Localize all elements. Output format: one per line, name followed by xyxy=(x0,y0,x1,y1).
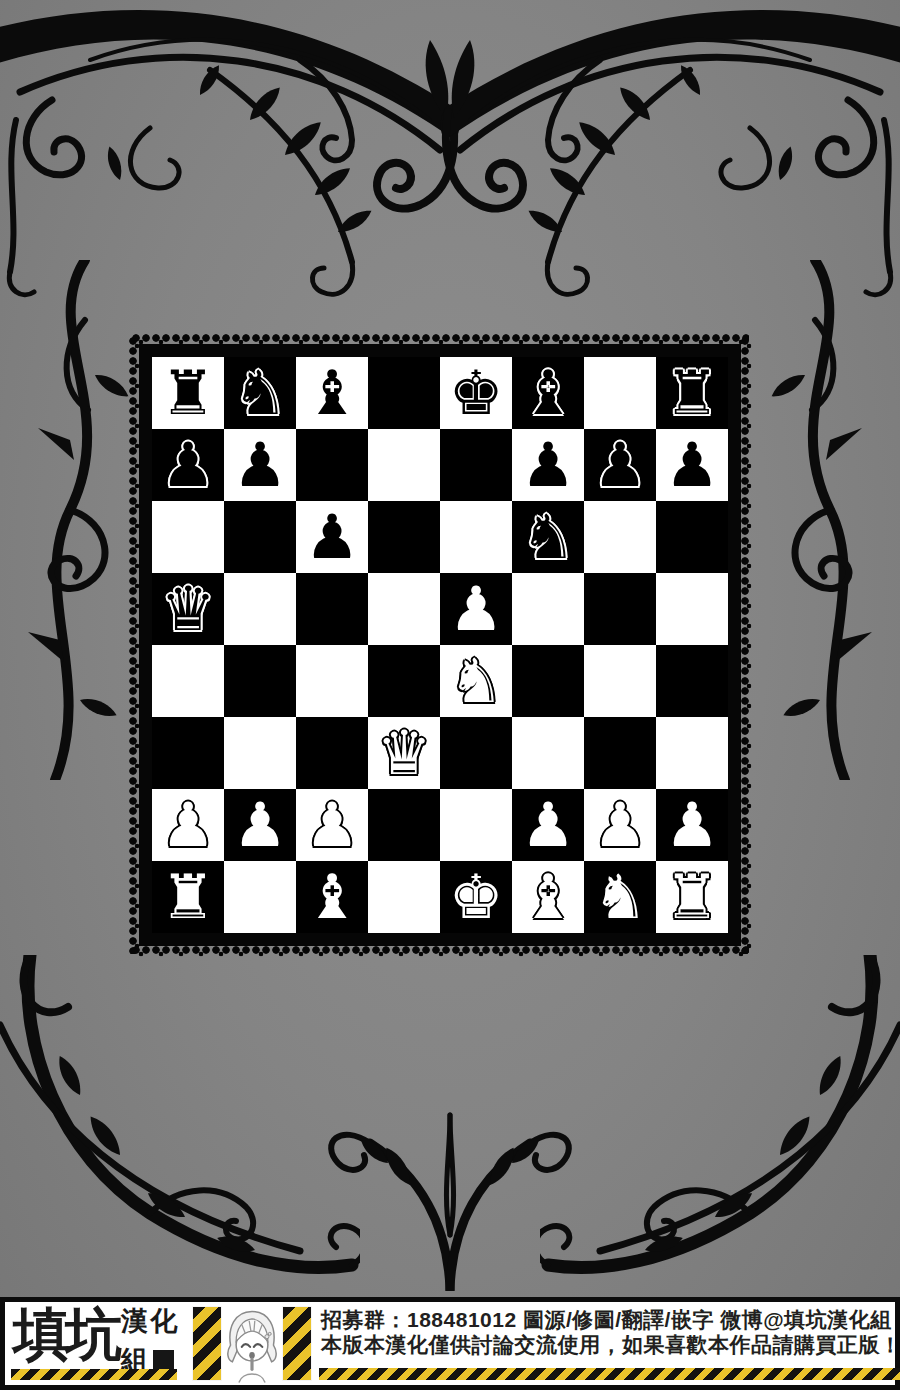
square-f2[interactable]: ♟ xyxy=(512,789,584,861)
square-e4[interactable]: ♞ xyxy=(440,645,512,717)
piece-white-king: ♚ xyxy=(449,861,504,933)
piece-black-knight: ♞ xyxy=(233,357,288,429)
square-b3[interactable] xyxy=(224,717,296,789)
square-a1[interactable]: ♜ xyxy=(152,861,224,933)
floral-ornament-bottom-left xyxy=(0,955,360,1295)
chibi-girl-mascot xyxy=(223,1302,281,1385)
piece-black-pawn: ♟ xyxy=(161,429,216,501)
square-e6[interactable] xyxy=(440,501,512,573)
square-h6[interactable] xyxy=(656,501,728,573)
square-h8[interactable]: ♜ xyxy=(656,357,728,429)
square-e7[interactable] xyxy=(440,429,512,501)
piece-white-pawn: ♟ xyxy=(521,789,576,861)
square-f1[interactable]: ♝ xyxy=(512,861,584,933)
square-c8[interactable]: ♝ xyxy=(296,357,368,429)
credit-text-block: 招募群：188481012 圖源/修圖/翻譯/嵌字 微博@填坑漢化組 本版本漢化… xyxy=(313,1302,900,1385)
piece-black-rook: ♜ xyxy=(665,357,720,429)
scanlation-credit-bar: 填坑 漢 化 組 xyxy=(0,1297,900,1390)
square-d2[interactable] xyxy=(368,789,440,861)
lace-border-right xyxy=(740,336,752,954)
lace-border-top xyxy=(131,333,749,345)
floral-ornament-bottom-right xyxy=(540,955,900,1295)
hazard-stripe-panel-left xyxy=(192,1306,222,1381)
square-d8[interactable] xyxy=(368,357,440,429)
square-g2[interactable]: ♟ xyxy=(584,789,656,861)
piece-white-pawn: ♟ xyxy=(161,789,216,861)
square-c7[interactable] xyxy=(296,429,368,501)
credit-line-1: 招募群：188481012 圖源/修圖/翻譯/嵌字 微博@填坑漢化組 xyxy=(321,1307,900,1332)
square-d6[interactable] xyxy=(368,501,440,573)
square-g5[interactable] xyxy=(584,573,656,645)
piece-white-pawn: ♟ xyxy=(233,789,288,861)
square-a8[interactable]: ♜ xyxy=(152,357,224,429)
square-b1[interactable] xyxy=(224,861,296,933)
square-h2[interactable]: ♟ xyxy=(656,789,728,861)
square-g7[interactable]: ♟ xyxy=(584,429,656,501)
square-c1[interactable]: ♝ xyxy=(296,861,368,933)
piece-black-pawn: ♟ xyxy=(665,429,720,501)
square-c5[interactable] xyxy=(296,573,368,645)
square-a3[interactable] xyxy=(152,717,224,789)
chessboard-frame: ♜♞♝♚♝♜♟♟♟♟♟♟♞♛♟♞♛♟♟♟♟♟♟♜♝♚♝♞♜ xyxy=(139,344,741,946)
square-f7[interactable]: ♟ xyxy=(512,429,584,501)
hazard-stripe-panel-right xyxy=(282,1306,312,1381)
square-a4[interactable] xyxy=(152,645,224,717)
square-h4[interactable] xyxy=(656,645,728,717)
square-h3[interactable] xyxy=(656,717,728,789)
piece-black-queen: ♛ xyxy=(161,573,216,645)
square-f8[interactable]: ♝ xyxy=(512,357,584,429)
hazard-stripe-under-text xyxy=(319,1368,900,1380)
piece-black-bishop: ♝ xyxy=(521,357,576,429)
piece-black-king: ♚ xyxy=(449,357,504,429)
piece-white-pawn: ♟ xyxy=(665,789,720,861)
square-f4[interactable] xyxy=(512,645,584,717)
square-e2[interactable] xyxy=(440,789,512,861)
square-f3[interactable] xyxy=(512,717,584,789)
floral-ornament-right xyxy=(750,260,900,780)
square-f5[interactable] xyxy=(512,573,584,645)
square-a5[interactable]: ♛ xyxy=(152,573,224,645)
piece-white-rook: ♜ xyxy=(161,861,216,933)
square-d3[interactable]: ♛ xyxy=(368,717,440,789)
square-b7[interactable]: ♟ xyxy=(224,429,296,501)
square-g8[interactable] xyxy=(584,357,656,429)
piece-black-pawn: ♟ xyxy=(305,501,360,573)
square-f6[interactable]: ♞ xyxy=(512,501,584,573)
square-e1[interactable]: ♚ xyxy=(440,861,512,933)
square-e5[interactable]: ♟ xyxy=(440,573,512,645)
lace-border-left xyxy=(128,336,140,954)
piece-white-pawn: ♟ xyxy=(305,789,360,861)
hazard-stripe-under-logo xyxy=(11,1369,177,1380)
square-b5[interactable] xyxy=(224,573,296,645)
square-b2[interactable]: ♟ xyxy=(224,789,296,861)
square-c2[interactable]: ♟ xyxy=(296,789,368,861)
square-d1[interactable] xyxy=(368,861,440,933)
square-h1[interactable]: ♜ xyxy=(656,861,728,933)
lace-border-bottom xyxy=(131,945,749,957)
square-c4[interactable] xyxy=(296,645,368,717)
square-b6[interactable] xyxy=(224,501,296,573)
square-h7[interactable]: ♟ xyxy=(656,429,728,501)
piece-black-pawn: ♟ xyxy=(593,429,648,501)
square-e8[interactable]: ♚ xyxy=(440,357,512,429)
square-g1[interactable]: ♞ xyxy=(584,861,656,933)
square-d4[interactable] xyxy=(368,645,440,717)
square-c6[interactable]: ♟ xyxy=(296,501,368,573)
floral-ornament-top xyxy=(0,0,900,300)
chessboard: ♜♞♝♚♝♜♟♟♟♟♟♟♞♛♟♞♛♟♟♟♟♟♟♜♝♚♝♞♜ xyxy=(152,357,728,933)
piece-black-knight: ♞ xyxy=(521,501,576,573)
square-g6[interactable] xyxy=(584,501,656,573)
credit-line-2: 本版本漢化僅供討論交流使用，如果喜歡本作品請購買正版！ xyxy=(321,1332,900,1357)
piece-white-bishop: ♝ xyxy=(521,861,576,933)
piece-white-queen: ♛ xyxy=(377,717,432,789)
piece-black-bishop: ♝ xyxy=(305,357,360,429)
square-b4[interactable] xyxy=(224,645,296,717)
square-e3[interactable] xyxy=(440,717,512,789)
piece-black-pawn: ♟ xyxy=(233,429,288,501)
square-a7[interactable]: ♟ xyxy=(152,429,224,501)
piece-white-knight: ♞ xyxy=(449,645,504,717)
square-g3[interactable] xyxy=(584,717,656,789)
piece-white-bishop: ♝ xyxy=(305,861,360,933)
manga-page: ♜♞♝♚♝♜♟♟♟♟♟♟♞♛♟♞♛♟♟♟♟♟♟♜♝♚♝♞♜ 填坑 漢 化 組 xyxy=(0,0,900,1390)
logo-black-square xyxy=(153,1350,174,1371)
square-d5[interactable] xyxy=(368,573,440,645)
square-a2[interactable]: ♟ xyxy=(152,789,224,861)
piece-black-pawn: ♟ xyxy=(521,429,576,501)
piece-white-pawn: ♟ xyxy=(449,573,504,645)
square-g4[interactable] xyxy=(584,645,656,717)
piece-black-rook: ♜ xyxy=(161,357,216,429)
square-a6[interactable] xyxy=(152,501,224,573)
piece-white-knight: ♞ xyxy=(593,861,648,933)
scanlation-group-logo: 填坑 漢 化 組 xyxy=(5,1302,191,1385)
square-h5[interactable] xyxy=(656,573,728,645)
square-b8[interactable]: ♞ xyxy=(224,357,296,429)
square-c3[interactable] xyxy=(296,717,368,789)
square-d7[interactable] xyxy=(368,429,440,501)
piece-white-pawn: ♟ xyxy=(593,789,648,861)
floral-ornament-bottom-center xyxy=(300,1035,600,1291)
piece-white-rook: ♜ xyxy=(665,861,720,933)
